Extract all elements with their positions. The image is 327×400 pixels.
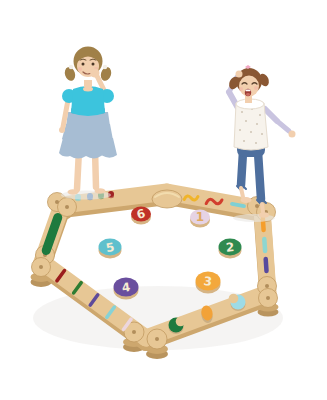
left-girl-foot xyxy=(68,189,79,195)
stepping-stone-1: 1 xyxy=(190,210,210,228)
hand-over-mouth xyxy=(91,69,100,78)
stepping-stone-2: 2 xyxy=(219,239,242,259)
right-girl-foot xyxy=(241,197,252,203)
svg-text:2: 2 xyxy=(225,240,235,255)
stepping-stone-3: 3 xyxy=(196,272,221,294)
scene-illustration: 1 2 3 4 5 6 xyxy=(0,0,327,400)
right-girl-foot xyxy=(259,212,269,218)
ruffle-skirt xyxy=(59,112,117,159)
teal-bar xyxy=(264,239,265,251)
stepping-stone-5: 5 xyxy=(99,239,122,259)
stepping-stone-4: 4 xyxy=(114,278,139,300)
svg-text:3: 3 xyxy=(203,274,213,289)
corner-dome xyxy=(152,190,182,208)
stepping-stone-6: 6 xyxy=(131,206,151,224)
purple-bar xyxy=(266,259,267,271)
stepping-stones: 1 2 3 4 5 6 xyxy=(99,206,242,299)
raised-hand xyxy=(236,71,243,78)
product-photo: 1 2 3 4 5 6 xyxy=(0,0,327,400)
left-girl-foot xyxy=(95,188,106,194)
child-left xyxy=(59,47,117,200)
teal-bar xyxy=(232,204,244,206)
svg-text:1: 1 xyxy=(196,210,204,224)
